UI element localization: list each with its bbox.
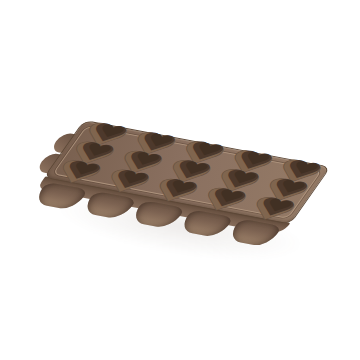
baking-mold-tray: ♥ ♥ ♥ ♥ ♥ ♥ ♥ ♥ ♥ ♥ ♥ ♥ ♥ ♥ ♥ ♥ xyxy=(43,120,331,225)
scene: ♥ ♥ ♥ ♥ ♥ ♥ ♥ ♥ ♥ ♥ ♥ ♥ ♥ ♥ ♥ ♥ xyxy=(0,0,360,360)
